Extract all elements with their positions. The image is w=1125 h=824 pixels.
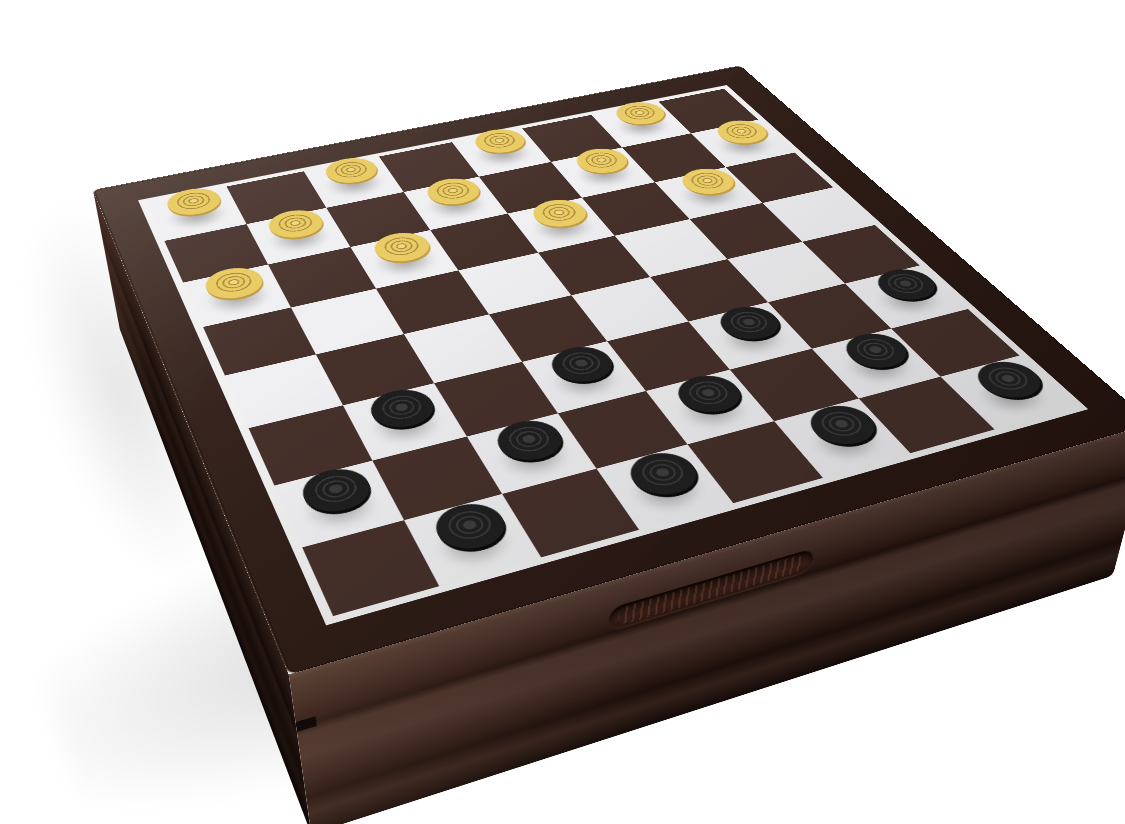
scene [0,0,1125,824]
checker-black[interactable] [544,344,623,390]
game-box [170,0,970,695]
checker-black-top [543,342,622,388]
lid-seam-notch [296,716,317,732]
box-3d [93,65,1125,674]
